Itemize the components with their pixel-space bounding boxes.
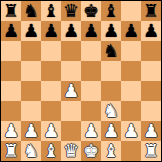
square-b1[interactable]: ♞ [21,141,41,161]
square-e2[interactable]: ♟ [81,121,101,141]
square-d7[interactable]: ♟ [61,21,81,41]
chess-board-window: ♜♞♝♛♚♝♜♟♟♟♟♟♟♟♟♞♟♞♟♟♟♟♟♟♟♜♞♝♛♚♝♜ [0,0,162,162]
square-b7[interactable]: ♟ [21,21,41,41]
square-b4[interactable] [21,81,41,101]
square-a3[interactable] [1,101,21,121]
square-f3[interactable]: ♞ [101,101,121,121]
square-f7[interactable]: ♟ [101,21,121,41]
white-rook-piece[interactable]: ♜ [141,141,161,161]
black-queen-piece[interactable]: ♛ [61,1,81,21]
square-a7[interactable]: ♟ [1,21,21,41]
white-pawn-piece[interactable]: ♟ [41,121,61,141]
square-f5[interactable] [101,61,121,81]
square-h6[interactable] [141,41,161,61]
square-e4[interactable] [81,81,101,101]
square-e8[interactable]: ♚ [81,1,101,21]
square-e5[interactable] [81,61,101,81]
black-knight-piece[interactable]: ♞ [21,1,41,21]
white-king-piece[interactable]: ♚ [81,141,101,161]
square-g4[interactable] [121,81,141,101]
square-e7[interactable]: ♟ [81,21,101,41]
square-a6[interactable] [1,41,21,61]
square-f1[interactable]: ♝ [101,141,121,161]
black-king-piece[interactable]: ♚ [81,1,101,21]
black-pawn-piece[interactable]: ♟ [21,21,41,41]
square-f2[interactable]: ♟ [101,121,121,141]
square-f4[interactable] [101,81,121,101]
square-c1[interactable]: ♝ [41,141,61,161]
square-c5[interactable] [41,61,61,81]
square-g6[interactable] [121,41,141,61]
black-pawn-piece[interactable]: ♟ [41,21,61,41]
square-c4[interactable] [41,81,61,101]
square-b6[interactable] [21,41,41,61]
black-pawn-piece[interactable]: ♟ [1,21,21,41]
white-bishop-piece[interactable]: ♝ [101,141,121,161]
square-g3[interactable] [121,101,141,121]
square-d4[interactable]: ♟ [61,81,81,101]
square-c3[interactable] [41,101,61,121]
square-b8[interactable]: ♞ [21,1,41,21]
black-rook-piece[interactable]: ♜ [1,1,21,21]
black-pawn-piece[interactable]: ♟ [101,21,121,41]
square-a1[interactable]: ♜ [1,141,21,161]
white-bishop-piece[interactable]: ♝ [41,141,61,161]
square-e6[interactable] [81,41,101,61]
black-bishop-piece[interactable]: ♝ [41,1,61,21]
square-h2[interactable]: ♟ [141,121,161,141]
white-pawn-piece[interactable]: ♟ [1,121,21,141]
square-h5[interactable] [141,61,161,81]
square-f6[interactable]: ♞ [101,41,121,61]
square-c2[interactable]: ♟ [41,121,61,141]
white-pawn-piece[interactable]: ♟ [141,121,161,141]
square-d3[interactable] [61,101,81,121]
square-b5[interactable] [21,61,41,81]
square-a5[interactable] [1,61,21,81]
black-pawn-piece[interactable]: ♟ [61,21,81,41]
square-b3[interactable] [21,101,41,121]
square-g5[interactable] [121,61,141,81]
square-g7[interactable]: ♟ [121,21,141,41]
white-knight-piece[interactable]: ♞ [21,141,41,161]
square-h7[interactable]: ♟ [141,21,161,41]
square-h3[interactable] [141,101,161,121]
white-pawn-piece[interactable]: ♟ [121,121,141,141]
black-knight-piece[interactable]: ♞ [101,41,121,61]
square-h4[interactable] [141,81,161,101]
white-queen-piece[interactable]: ♛ [61,141,81,161]
black-pawn-piece[interactable]: ♟ [141,21,161,41]
black-bishop-piece[interactable]: ♝ [101,1,121,21]
square-c6[interactable] [41,41,61,61]
square-a2[interactable]: ♟ [1,121,21,141]
black-rook-piece[interactable]: ♜ [141,1,161,21]
black-pawn-piece[interactable]: ♟ [121,21,141,41]
black-pawn-piece[interactable]: ♟ [81,21,101,41]
square-b2[interactable]: ♟ [21,121,41,141]
white-pawn-piece[interactable]: ♟ [101,121,121,141]
square-h1[interactable]: ♜ [141,141,161,161]
square-d6[interactable] [61,41,81,61]
square-c7[interactable]: ♟ [41,21,61,41]
square-g2[interactable]: ♟ [121,121,141,141]
square-d2[interactable] [61,121,81,141]
square-e3[interactable] [81,101,101,121]
square-e1[interactable]: ♚ [81,141,101,161]
square-f8[interactable]: ♝ [101,1,121,21]
white-pawn-piece[interactable]: ♟ [81,121,101,141]
chess-board: ♜♞♝♛♚♝♜♟♟♟♟♟♟♟♟♞♟♞♟♟♟♟♟♟♟♜♞♝♛♚♝♜ [0,0,162,162]
square-c8[interactable]: ♝ [41,1,61,21]
square-a4[interactable] [1,81,21,101]
square-g1[interactable] [121,141,141,161]
square-h8[interactable]: ♜ [141,1,161,21]
square-d1[interactable]: ♛ [61,141,81,161]
square-d8[interactable]: ♛ [61,1,81,21]
white-pawn-piece[interactable]: ♟ [21,121,41,141]
square-d5[interactable] [61,61,81,81]
white-pawn-piece[interactable]: ♟ [61,81,81,101]
square-g8[interactable] [121,1,141,21]
white-rook-piece[interactable]: ♜ [1,141,21,161]
square-a8[interactable]: ♜ [1,1,21,21]
white-knight-piece[interactable]: ♞ [101,101,121,121]
